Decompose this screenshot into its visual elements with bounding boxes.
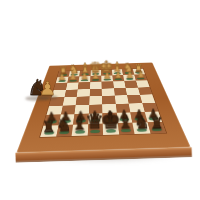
white-pawn-piece[interactable]: ♟ (137, 70, 145, 79)
board-side-edge (15, 147, 192, 162)
square-r7-c5[interactable]: ♝ (118, 123, 135, 135)
white-pawn-piece[interactable]: ♟ (103, 71, 111, 80)
black-bishop-piece[interactable]: ♝ (71, 115, 88, 133)
square-r7-c7[interactable]: ♜ (147, 122, 166, 134)
square-r7-c6[interactable]: ♞ (132, 122, 150, 134)
black-knight-piece[interactable]: ♞ (133, 114, 149, 131)
black-bishop-piece[interactable]: ♝ (117, 113, 134, 131)
black-knight-piece[interactable]: ♞ (56, 116, 72, 133)
white-pawn-piece[interactable]: ♟ (57, 73, 65, 82)
white-pawn-piece[interactable]: ♟ (69, 72, 77, 81)
chess-set-photo: ♜♞♝♛♚♝♞♜♟♟♟♟♟♟♟♟♟♟♟♟♟♟♟♟♜♞♝♛♚♝♞♜ ♞♟ (0, 0, 200, 200)
white-pawn-piece[interactable]: ♟ (125, 71, 133, 80)
square-r4-c2[interactable] (76, 96, 90, 105)
white-pawn-piece[interactable]: ♟ (80, 72, 88, 81)
board-squares-grid: ♜♞♝♛♚♝♞♜♟♟♟♟♟♟♟♟♟♟♟♟♟♟♟♟♜♞♝♛♚♝♞♜ (40, 69, 166, 137)
white-pawn-piece[interactable]: ♟ (114, 71, 122, 80)
square-r7-c3[interactable]: ♛ (87, 123, 103, 135)
black-rook-piece[interactable]: ♜ (42, 119, 56, 134)
offboard-white-pawn-piece[interactable]: ♟ (39, 79, 56, 98)
square-r7-c1[interactable]: ♞ (56, 124, 73, 136)
white-pawn-piece[interactable]: ♟ (91, 72, 99, 81)
black-rook-piece[interactable]: ♜ (150, 116, 164, 131)
square-r7-c4[interactable]: ♚ (103, 123, 119, 135)
square-r7-c2[interactable]: ♝ (72, 124, 88, 136)
